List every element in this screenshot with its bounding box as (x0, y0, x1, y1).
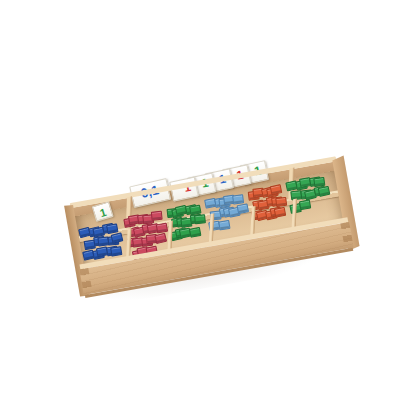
tile-orange (275, 197, 287, 207)
tile-green (298, 200, 310, 211)
tile-green (188, 227, 201, 238)
tile-green (194, 214, 206, 224)
photo: 10,111111 (0, 0, 420, 420)
tile-light-blue (218, 220, 230, 231)
tile-dark-blue (110, 246, 122, 257)
number-card: 1 (92, 201, 114, 222)
tile-light-blue (232, 194, 244, 204)
tile-orange (270, 184, 283, 195)
tile-orange (274, 207, 287, 218)
tile-red (151, 211, 163, 221)
